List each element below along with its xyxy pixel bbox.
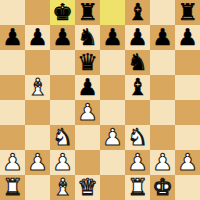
square-a6[interactable]	[0, 50, 25, 75]
square-e3[interactable]: ♟	[100, 125, 125, 150]
square-a5[interactable]	[0, 75, 25, 100]
square-f8[interactable]: ♝	[125, 0, 150, 25]
square-b1[interactable]	[25, 175, 50, 200]
square-e1[interactable]	[100, 175, 125, 200]
square-f3[interactable]: ♞	[125, 125, 150, 150]
black-pawn-icon[interactable]: ♟	[2, 25, 23, 50]
square-e4[interactable]	[100, 100, 125, 125]
black-pawn-icon[interactable]: ♟	[177, 25, 198, 50]
black-pawn-icon[interactable]: ♟	[77, 75, 98, 100]
black-pawn-icon[interactable]: ♟	[27, 25, 48, 50]
white-knight-icon[interactable]: ♞	[52, 125, 73, 150]
square-c1[interactable]: ♝	[50, 175, 75, 200]
black-queen-icon[interactable]: ♛	[77, 50, 98, 75]
square-a7[interactable]: ♟	[0, 25, 25, 50]
black-rook-icon[interactable]: ♜	[177, 0, 198, 25]
square-b5[interactable]: ♝	[25, 75, 50, 100]
square-c2[interactable]: ♟	[50, 150, 75, 175]
black-pawn-icon[interactable]: ♟	[152, 25, 173, 50]
square-f4[interactable]	[125, 100, 150, 125]
square-e6[interactable]	[100, 50, 125, 75]
white-knight-icon[interactable]: ♞	[127, 125, 148, 150]
square-g7[interactable]: ♟	[150, 25, 175, 50]
white-queen-icon[interactable]: ♛	[77, 175, 98, 200]
black-bishop-icon[interactable]: ♝	[127, 0, 148, 25]
square-g1[interactable]: ♚	[150, 175, 175, 200]
square-h1[interactable]	[175, 175, 200, 200]
square-d7[interactable]: ♞	[75, 25, 100, 50]
white-pawn-icon[interactable]: ♟	[177, 150, 198, 175]
square-b2[interactable]: ♟	[25, 150, 50, 175]
square-b8[interactable]	[25, 0, 50, 25]
black-pawn-icon[interactable]: ♟	[127, 25, 148, 50]
square-a2[interactable]: ♟	[0, 150, 25, 175]
square-d2[interactable]	[75, 150, 100, 175]
square-h7[interactable]: ♟	[175, 25, 200, 50]
square-g3[interactable]	[150, 125, 175, 150]
black-bishop-icon[interactable]: ♝	[127, 75, 148, 100]
square-a4[interactable]	[0, 100, 25, 125]
black-king-icon[interactable]: ♚	[52, 0, 73, 25]
square-f7[interactable]: ♟	[125, 25, 150, 50]
square-a1[interactable]: ♜	[0, 175, 25, 200]
white-pawn-icon[interactable]: ♟	[27, 150, 48, 175]
square-c8[interactable]: ♚	[50, 0, 75, 25]
square-d6[interactable]: ♛	[75, 50, 100, 75]
square-h2[interactable]: ♟	[175, 150, 200, 175]
square-g2[interactable]: ♟	[150, 150, 175, 175]
square-c7[interactable]: ♟	[50, 25, 75, 50]
black-knight-icon[interactable]: ♞	[77, 25, 98, 50]
square-b3[interactable]	[25, 125, 50, 150]
square-d1[interactable]: ♛	[75, 175, 100, 200]
square-h3[interactable]	[175, 125, 200, 150]
square-e5[interactable]	[100, 75, 125, 100]
square-e7[interactable]: ♟	[100, 25, 125, 50]
square-g5[interactable]	[150, 75, 175, 100]
square-d5[interactable]: ♟	[75, 75, 100, 100]
square-e8[interactable]	[100, 0, 125, 25]
square-b7[interactable]: ♟	[25, 25, 50, 50]
square-a8[interactable]	[0, 0, 25, 25]
white-bishop-icon[interactable]: ♝	[52, 175, 73, 200]
square-d4[interactable]: ♟	[75, 100, 100, 125]
square-g6[interactable]	[150, 50, 175, 75]
white-rook-icon[interactable]: ♜	[2, 175, 23, 200]
square-e2[interactable]	[100, 150, 125, 175]
square-c5[interactable]	[50, 75, 75, 100]
black-pawn-icon[interactable]: ♟	[102, 25, 123, 50]
square-g8[interactable]	[150, 0, 175, 25]
white-rook-icon[interactable]: ♜	[127, 175, 148, 200]
square-h6[interactable]	[175, 50, 200, 75]
chess-board: ♚♜♝♜♟♟♟♞♟♟♟♟♛♞♝♟♝♟♞♟♞♟♟♟♟♟♟♜♝♛♜♚	[0, 0, 200, 200]
black-knight-icon[interactable]: ♞	[127, 50, 148, 75]
square-g4[interactable]	[150, 100, 175, 125]
square-h4[interactable]	[175, 100, 200, 125]
square-c3[interactable]: ♞	[50, 125, 75, 150]
white-pawn-icon[interactable]: ♟	[2, 150, 23, 175]
black-rook-icon[interactable]: ♜	[77, 0, 98, 25]
square-c6[interactable]	[50, 50, 75, 75]
white-pawn-icon[interactable]: ♟	[77, 100, 98, 125]
square-b6[interactable]	[25, 50, 50, 75]
square-a3[interactable]	[0, 125, 25, 150]
white-pawn-icon[interactable]: ♟	[52, 150, 73, 175]
white-pawn-icon[interactable]: ♟	[152, 150, 173, 175]
square-f2[interactable]: ♟	[125, 150, 150, 175]
square-d8[interactable]: ♜	[75, 0, 100, 25]
square-h5[interactable]	[175, 75, 200, 100]
black-pawn-icon[interactable]: ♟	[52, 25, 73, 50]
white-king-icon[interactable]: ♚	[152, 175, 173, 200]
square-c4[interactable]	[50, 100, 75, 125]
square-f6[interactable]: ♞	[125, 50, 150, 75]
square-b4[interactable]	[25, 100, 50, 125]
square-f5[interactable]: ♝	[125, 75, 150, 100]
white-pawn-icon[interactable]: ♟	[127, 150, 148, 175]
white-pawn-icon[interactable]: ♟	[102, 125, 123, 150]
square-d3[interactable]	[75, 125, 100, 150]
square-h8[interactable]: ♜	[175, 0, 200, 25]
white-bishop-icon[interactable]: ♝	[27, 75, 48, 100]
square-f1[interactable]: ♜	[125, 175, 150, 200]
